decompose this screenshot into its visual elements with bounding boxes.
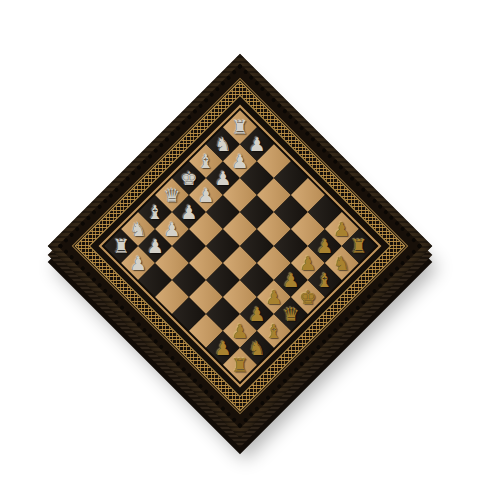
chessboard: ♜♞♝♛♚♝♞♜♟♟♟♟♟♟♟♟♟♟♟♟♟♟♟♟♜♞♝♛♚♝♞♜ bbox=[48, 54, 433, 439]
piece-black-rook[interactable]: ♜ bbox=[231, 355, 248, 374]
piece-black-pawn[interactable]: ♟ bbox=[299, 253, 316, 272]
piece-white-pawn[interactable]: ♟ bbox=[147, 237, 164, 256]
piece-white-bishop[interactable]: ♝ bbox=[198, 152, 215, 171]
piece-black-bishop[interactable]: ♝ bbox=[265, 321, 282, 340]
piece-white-pawn[interactable]: ♟ bbox=[231, 152, 248, 171]
piece-black-pawn[interactable]: ♟ bbox=[316, 237, 333, 256]
piece-white-king[interactable]: ♚ bbox=[181, 169, 198, 188]
piece-white-knight[interactable]: ♞ bbox=[130, 220, 147, 239]
piece-white-pawn[interactable]: ♟ bbox=[164, 220, 181, 239]
piece-black-knight[interactable]: ♞ bbox=[333, 253, 350, 272]
chess-photo-scene: ♜♞♝♛♚♝♞♜♟♟♟♟♟♟♟♟♟♟♟♟♟♟♟♟♜♞♝♛♚♝♞♜ bbox=[0, 0, 480, 480]
piece-black-rook[interactable]: ♜ bbox=[350, 237, 367, 256]
piece-black-pawn[interactable]: ♟ bbox=[215, 338, 232, 357]
piece-white-pawn[interactable]: ♟ bbox=[215, 169, 232, 188]
piece-white-pawn[interactable]: ♟ bbox=[181, 203, 198, 222]
piece-black-pawn[interactable]: ♟ bbox=[248, 304, 265, 323]
piece-black-queen[interactable]: ♛ bbox=[282, 304, 299, 323]
piece-black-king[interactable]: ♚ bbox=[299, 287, 316, 306]
piece-white-rook[interactable]: ♜ bbox=[231, 118, 248, 137]
piece-black-pawn[interactable]: ♟ bbox=[231, 321, 248, 340]
piece-black-pawn[interactable]: ♟ bbox=[265, 287, 282, 306]
piece-white-pawn[interactable]: ♟ bbox=[198, 186, 215, 205]
board-grid: ♜♞♝♛♚♝♞♜♟♟♟♟♟♟♟♟♟♟♟♟♟♟♟♟♜♞♝♛♚♝♞♜ bbox=[104, 110, 376, 382]
piece-black-pawn[interactable]: ♟ bbox=[333, 220, 350, 239]
piece-white-queen[interactable]: ♛ bbox=[164, 186, 181, 205]
piece-black-pawn[interactable]: ♟ bbox=[282, 270, 299, 289]
piece-white-bishop[interactable]: ♝ bbox=[147, 203, 164, 222]
piece-white-pawn[interactable]: ♟ bbox=[248, 135, 265, 154]
piece-white-knight[interactable]: ♞ bbox=[215, 135, 232, 154]
piece-white-pawn[interactable]: ♟ bbox=[130, 253, 147, 272]
piece-black-bishop[interactable]: ♝ bbox=[316, 270, 333, 289]
piece-white-rook[interactable]: ♜ bbox=[113, 237, 130, 256]
piece-black-knight[interactable]: ♞ bbox=[248, 338, 265, 357]
